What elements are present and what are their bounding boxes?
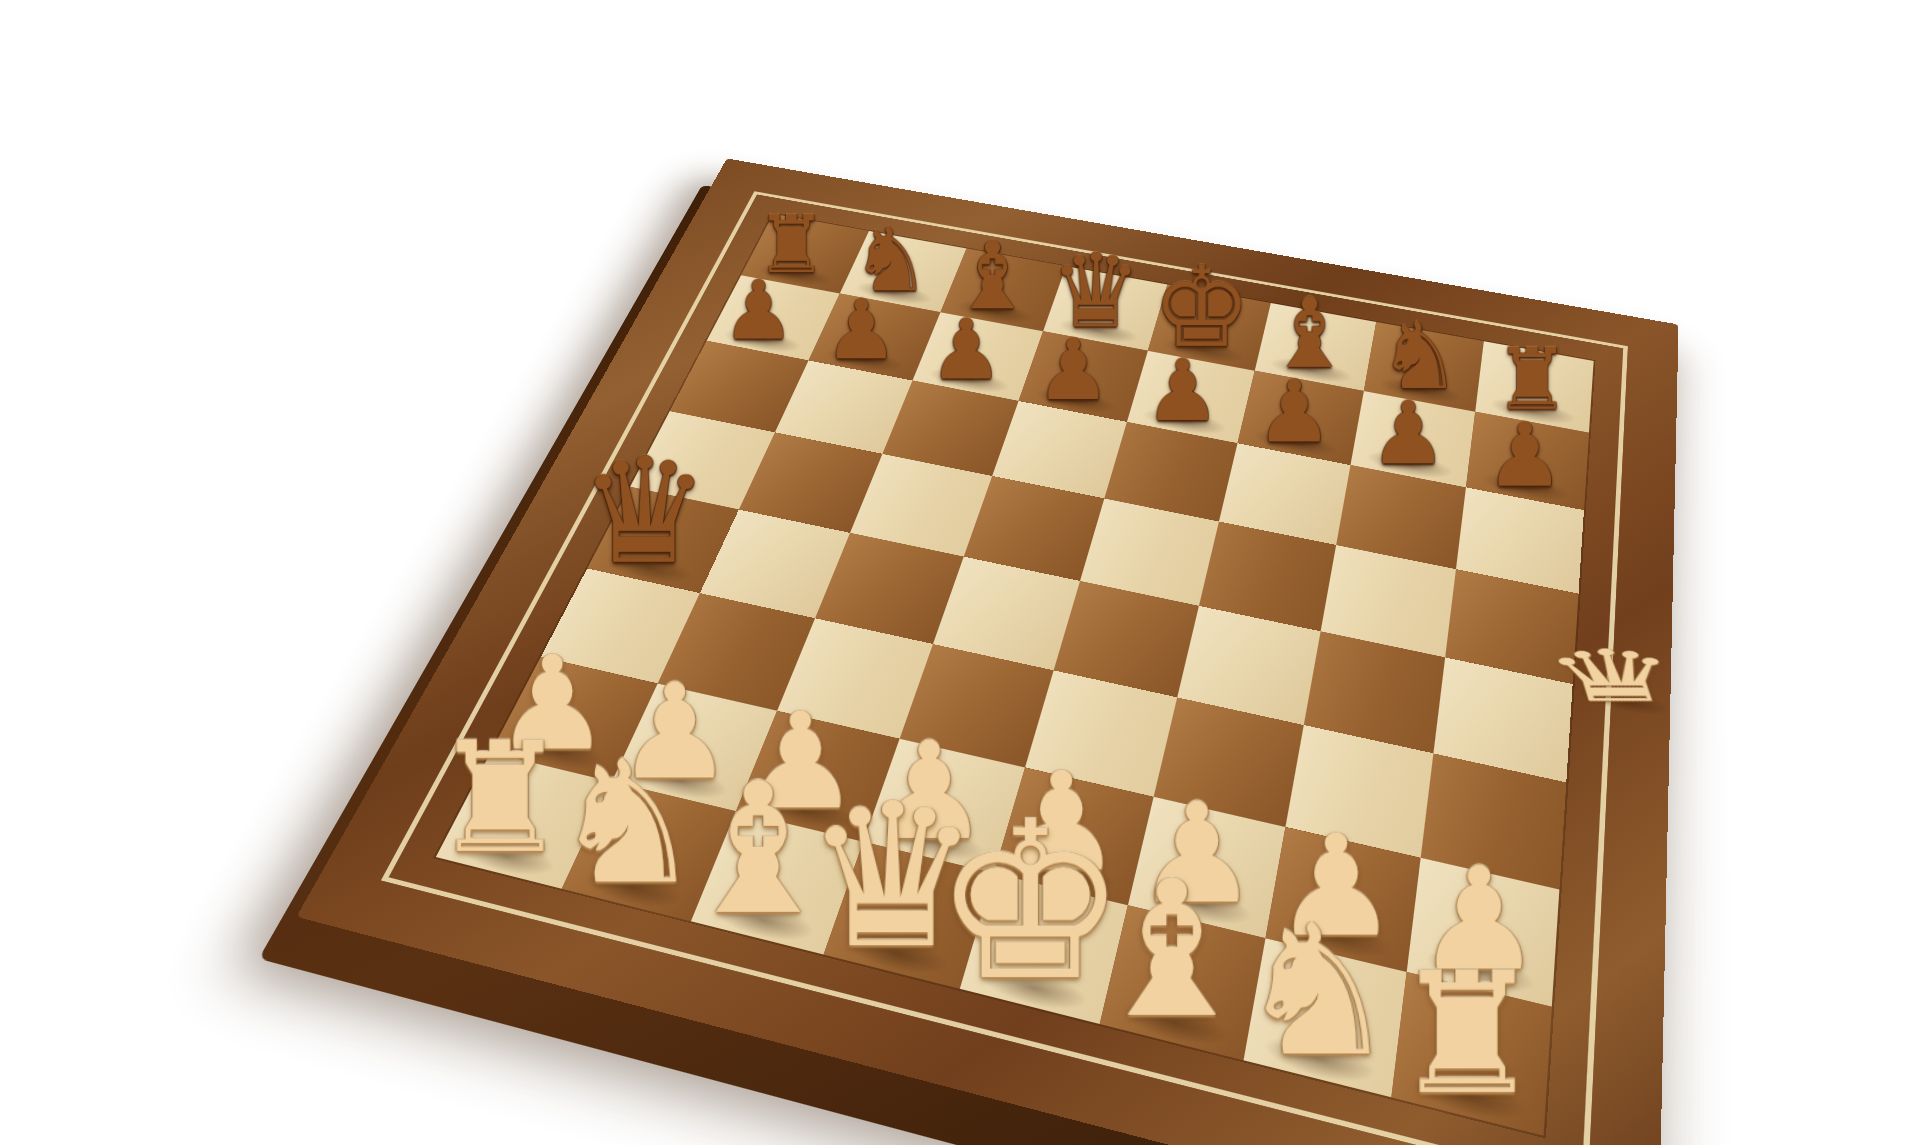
piece-black-pawn-f7[interactable]: ♟ bbox=[1256, 372, 1333, 451]
piece-white-rook-h1[interactable]: ♜ bbox=[1392, 957, 1543, 1112]
square-g1[interactable]: ♞ bbox=[1244, 938, 1407, 1097]
square-e5[interactable] bbox=[1080, 498, 1219, 605]
piece-black-pawn-e7[interactable]: ♟ bbox=[1145, 352, 1221, 430]
square-h1[interactable]: ♜ bbox=[1391, 971, 1551, 1135]
piece-black-pawn-b7[interactable]: ♟ bbox=[824, 292, 898, 368]
square-e7[interactable]: ♟ bbox=[1127, 350, 1255, 442]
piece-black-queen-a4[interactable]: ♛ bbox=[579, 443, 710, 577]
piece-black-pawn-g7[interactable]: ♟ bbox=[1370, 394, 1448, 474]
piece-white-bishop-f1[interactable]: ♝ bbox=[1087, 863, 1256, 1037]
piece-white-knight-g1[interactable]: ♞ bbox=[1236, 907, 1399, 1074]
piece-black-pawn-d7[interactable]: ♟ bbox=[1036, 331, 1111, 408]
chess-product-photo-scene: ♜♞♝♛♚♝♞♜♟♟♟♟♟♟♟♟♛♟♟♟♟♟♟♟♟♜♞♝♛♚♝♞♜ ♛ bbox=[0, 0, 1920, 1145]
chess-board: ♜♞♝♛♚♝♞♜♟♟♟♟♟♟♟♟♛♟♟♟♟♟♟♟♟♜♞♝♛♚♝♞♜ ♛ bbox=[296, 158, 1678, 1145]
piece-black-pawn-h7[interactable]: ♟ bbox=[1486, 415, 1564, 495]
piece-black-pawn-a7[interactable]: ♟ bbox=[722, 273, 795, 348]
piece-black-pawn-c7[interactable]: ♟ bbox=[929, 312, 1003, 388]
piece-white-rook-a1[interactable]: ♜ bbox=[432, 728, 569, 869]
